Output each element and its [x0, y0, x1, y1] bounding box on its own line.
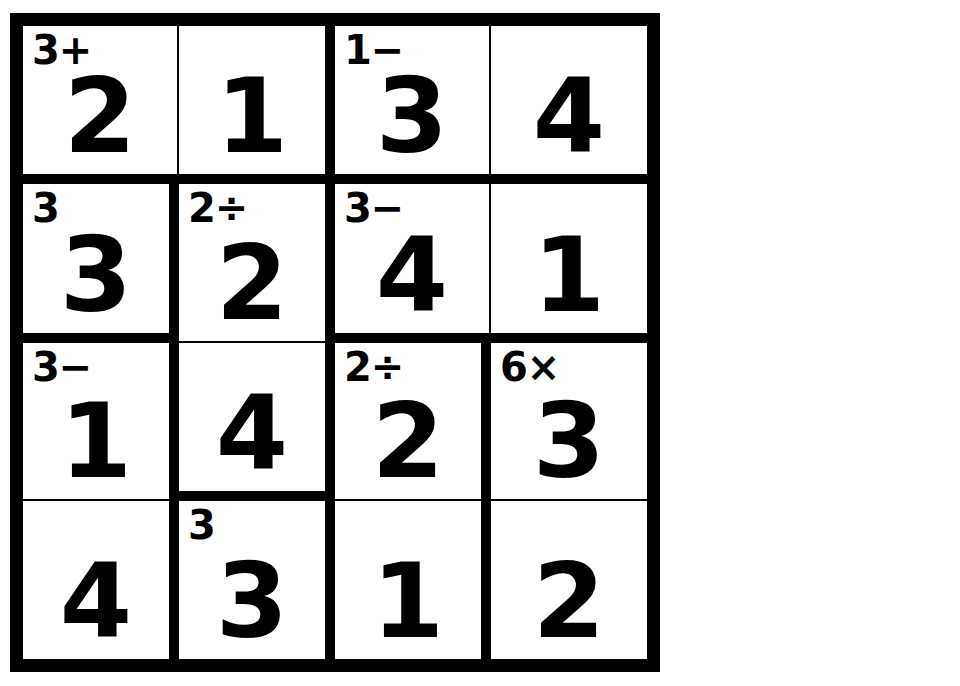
- cell-value: 1: [335, 549, 481, 653]
- cell-r3c4[interactable]: 6× 3: [491, 343, 647, 501]
- cell-value: 3: [179, 549, 325, 653]
- cell-r2c2[interactable]: 2÷ 2: [179, 184, 335, 342]
- cage-clue: 3: [188, 503, 215, 547]
- cell-r2c1[interactable]: 3 3: [23, 184, 179, 342]
- cell-value: 2: [23, 64, 177, 168]
- page: 3+ 2 1 1− 3 4 3 3 2÷ 2 3− 4 1: [0, 0, 960, 686]
- cell-r4c1[interactable]: 4: [23, 501, 179, 659]
- cell-value: 3: [335, 64, 489, 168]
- cell-value: 4: [179, 381, 325, 485]
- cell-value: 1: [179, 64, 325, 168]
- cell-value: 2: [335, 389, 481, 493]
- cell-r3c2[interactable]: 4: [179, 343, 335, 501]
- cell-r4c4[interactable]: 2: [491, 501, 647, 659]
- cell-value: 1: [491, 223, 647, 327]
- cell-value: 2: [179, 231, 325, 335]
- cell-value: 4: [491, 64, 647, 168]
- cell-value: 3: [491, 389, 647, 493]
- cell-value: 1: [23, 389, 169, 493]
- cell-r3c3[interactable]: 2÷ 2: [335, 343, 491, 501]
- cell-r1c4[interactable]: 4: [491, 26, 647, 184]
- cell-value: 2: [491, 549, 647, 653]
- kenken-board: 3+ 2 1 1− 3 4 3 3 2÷ 2 3− 4 1: [10, 13, 660, 672]
- cell-r4c2[interactable]: 3 3: [179, 501, 335, 659]
- cell-r1c1[interactable]: 3+ 2: [23, 26, 179, 184]
- cell-r1c3[interactable]: 1− 3: [335, 26, 491, 184]
- cell-r1c2[interactable]: 1: [179, 26, 335, 184]
- cell-r4c3[interactable]: 1: [335, 501, 491, 659]
- cell-r3c1[interactable]: 3− 1: [23, 343, 179, 501]
- cell-r2c3[interactable]: 3− 4: [335, 184, 491, 342]
- cell-r2c4[interactable]: 1: [491, 184, 647, 342]
- cell-value: 4: [23, 549, 169, 653]
- cell-value: 4: [335, 223, 489, 327]
- cell-value: 3: [23, 223, 169, 327]
